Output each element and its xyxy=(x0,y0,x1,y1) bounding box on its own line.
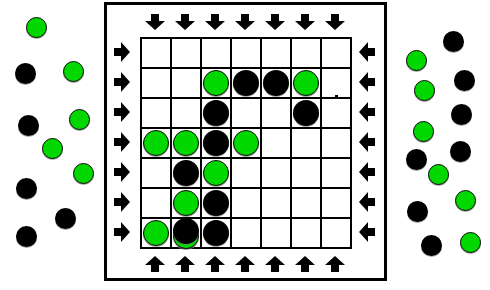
cell-r3c2[interactable] xyxy=(170,97,200,127)
black-stone[interactable] xyxy=(173,218,199,244)
green-stone[interactable] xyxy=(203,70,229,96)
black-stone[interactable] xyxy=(233,70,259,96)
right-reserve-green-stone-2[interactable] xyxy=(406,50,427,71)
left-arrow-right-icon-4[interactable] xyxy=(114,132,130,152)
cell-r7c4[interactable] xyxy=(230,217,260,247)
top-arrow-down-icon-1[interactable] xyxy=(145,14,165,30)
right-arrow-left-icon-7[interactable] xyxy=(359,222,375,242)
game-screenshot-root xyxy=(0,0,490,290)
cell-r1c3[interactable] xyxy=(200,37,230,67)
bottom-arrow-up-icon-3[interactable] xyxy=(205,256,225,272)
cell-r2c1[interactable] xyxy=(140,67,170,97)
left-arrow-right-icon-3[interactable] xyxy=(114,102,130,122)
left-reserve-green-stone-1[interactable] xyxy=(26,17,47,38)
right-reserve-black-stone-7[interactable] xyxy=(450,141,471,162)
top-arrow-down-icon-7[interactable] xyxy=(325,14,345,30)
green-stone[interactable] xyxy=(173,190,199,216)
left-reserve-green-stone-7[interactable] xyxy=(73,163,94,184)
bottom-arrow-up-icon-6[interactable] xyxy=(295,256,315,272)
cell-r3c6[interactable] xyxy=(290,97,320,127)
cell-r7c5[interactable] xyxy=(260,217,290,247)
cell-r3c5[interactable] xyxy=(260,97,290,127)
cell-r6c3[interactable] xyxy=(200,187,230,217)
green-stone[interactable] xyxy=(233,130,259,156)
left-reserve-black-stone-2[interactable] xyxy=(15,63,36,84)
top-arrow-down-icon-5[interactable] xyxy=(265,14,285,30)
right-reserve-black-stone-3[interactable] xyxy=(454,70,475,91)
right-reserve-black-stone-5[interactable] xyxy=(451,104,472,125)
cell-r4c6[interactable] xyxy=(290,127,320,157)
left-reserve-black-stone-5[interactable] xyxy=(18,115,39,136)
right-arrow-left-icon-4[interactable] xyxy=(359,132,375,152)
right-arrow-left-icon-2[interactable] xyxy=(359,72,375,92)
right-arrow-left-icon-1[interactable] xyxy=(359,42,375,62)
left-reserve-green-stone-3[interactable] xyxy=(63,61,84,82)
cell-r7c6[interactable] xyxy=(290,217,320,247)
right-reserve-black-stone-8[interactable] xyxy=(406,149,427,170)
cell-r7c2[interactable] xyxy=(170,217,200,247)
board-grid xyxy=(140,37,352,249)
cell-r5c7[interactable] xyxy=(320,157,350,187)
cell-r4c3[interactable] xyxy=(200,127,230,157)
cell-r6c4[interactable] xyxy=(230,187,260,217)
cell-r1c4[interactable] xyxy=(230,37,260,67)
black-stone[interactable] xyxy=(263,70,289,96)
cell-r5c2[interactable] xyxy=(170,157,200,187)
cell-r7c1[interactable] xyxy=(140,217,170,247)
green-stone[interactable] xyxy=(173,130,199,156)
cell-r2c3[interactable] xyxy=(200,67,230,97)
top-arrow-down-icon-6[interactable] xyxy=(295,14,315,30)
speck-artifact xyxy=(335,95,338,97)
left-arrow-right-icon-5[interactable] xyxy=(114,162,130,182)
right-reserve-green-stone-6[interactable] xyxy=(413,121,434,142)
left-arrow-right-icon-7[interactable] xyxy=(114,222,130,242)
cell-r4c5[interactable] xyxy=(260,127,290,157)
cell-r2c2[interactable] xyxy=(170,67,200,97)
left-reserve-black-stone-9[interactable] xyxy=(55,208,76,229)
cell-r5c1[interactable] xyxy=(140,157,170,187)
cell-r1c1[interactable] xyxy=(140,37,170,67)
cell-r2c6[interactable] xyxy=(290,67,320,97)
cell-r3c7[interactable] xyxy=(320,97,350,127)
cell-r1c6[interactable] xyxy=(290,37,320,67)
cell-r7c7[interactable] xyxy=(320,217,350,247)
left-reserve-green-stone-4[interactable] xyxy=(69,109,90,130)
bottom-arrow-up-icon-4[interactable] xyxy=(235,256,255,272)
green-stone[interactable] xyxy=(143,220,169,246)
cell-r3c4[interactable] xyxy=(230,97,260,127)
cell-r6c1[interactable] xyxy=(140,187,170,217)
right-arrow-left-icon-5[interactable] xyxy=(359,162,375,182)
bottom-arrow-up-icon-5[interactable] xyxy=(265,256,285,272)
left-reserve-green-stone-6[interactable] xyxy=(42,138,63,159)
top-arrow-down-icon-2[interactable] xyxy=(175,14,195,30)
cell-r5c4[interactable] xyxy=(230,157,260,187)
top-arrow-down-icon-3[interactable] xyxy=(205,14,225,30)
bottom-arrow-up-icon-2[interactable] xyxy=(175,256,195,272)
right-arrow-left-icon-3[interactable] xyxy=(359,102,375,122)
black-stone[interactable] xyxy=(293,100,319,126)
right-arrow-left-icon-6[interactable] xyxy=(359,192,375,212)
black-stone[interactable] xyxy=(203,220,229,246)
cell-r5c5[interactable] xyxy=(260,157,290,187)
left-arrow-right-icon-6[interactable] xyxy=(114,192,130,212)
black-stone[interactable] xyxy=(203,130,229,156)
bottom-arrow-up-icon-1[interactable] xyxy=(145,256,165,272)
left-arrow-right-icon-1[interactable] xyxy=(114,42,130,62)
right-reserve-green-stone-10[interactable] xyxy=(455,190,476,211)
green-stone[interactable] xyxy=(203,160,229,186)
cell-r1c2[interactable] xyxy=(170,37,200,67)
right-reserve-green-stone-12[interactable] xyxy=(460,232,481,253)
black-stone[interactable] xyxy=(173,160,199,186)
black-stone[interactable] xyxy=(203,100,229,126)
cell-r6c2[interactable] xyxy=(170,187,200,217)
right-reserve-black-stone-11[interactable] xyxy=(407,201,428,222)
cell-r4c2[interactable] xyxy=(170,127,200,157)
black-stone[interactable] xyxy=(203,190,229,216)
cell-r4c7[interactable] xyxy=(320,127,350,157)
right-reserve-black-stone-1[interactable] xyxy=(443,31,464,52)
right-reserve-green-stone-4[interactable] xyxy=(414,80,435,101)
right-reserve-green-stone-9[interactable] xyxy=(428,164,449,185)
cell-r6c6[interactable] xyxy=(290,187,320,217)
bottom-arrow-up-icon-7[interactable] xyxy=(325,256,345,272)
cell-r6c7[interactable] xyxy=(320,187,350,217)
cell-r2c5[interactable] xyxy=(260,67,290,97)
cell-r2c7[interactable] xyxy=(320,67,350,97)
cell-r5c6[interactable] xyxy=(290,157,320,187)
cell-r4c4[interactable] xyxy=(230,127,260,157)
green-stone[interactable] xyxy=(143,130,169,156)
cell-r1c5[interactable] xyxy=(260,37,290,67)
cell-r4c1[interactable] xyxy=(140,127,170,157)
left-reserve-black-stone-8[interactable] xyxy=(16,178,37,199)
cell-r3c1[interactable] xyxy=(140,97,170,127)
cell-r1c7[interactable] xyxy=(320,37,350,67)
cell-r3c3[interactable] xyxy=(200,97,230,127)
left-arrow-right-icon-2[interactable] xyxy=(114,72,130,92)
green-stone[interactable] xyxy=(293,70,319,96)
cell-r6c5[interactable] xyxy=(260,187,290,217)
top-arrow-down-icon-4[interactable] xyxy=(235,14,255,30)
cell-r5c3[interactable] xyxy=(200,157,230,187)
cell-r7c3[interactable] xyxy=(200,217,230,247)
cell-r2c4[interactable] xyxy=(230,67,260,97)
left-reserve-black-stone-10[interactable] xyxy=(16,226,37,247)
right-reserve-black-stone-13[interactable] xyxy=(421,235,442,256)
